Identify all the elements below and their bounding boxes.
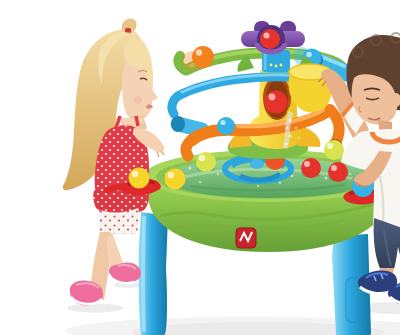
ball-blue-ramp bbox=[217, 117, 235, 135]
ball-tower bbox=[171, 21, 346, 160]
product-photo bbox=[40, 16, 400, 335]
ball-red-top bbox=[260, 29, 280, 49]
girl-mouth bbox=[146, 105, 153, 109]
ball-red-water-1 bbox=[301, 158, 321, 178]
illustration bbox=[40, 16, 400, 335]
step2-logo-badge bbox=[236, 228, 256, 248]
ball-yellow-water bbox=[165, 169, 186, 190]
boy-hand-funnel bbox=[321, 69, 335, 81]
ball-yellow-scoop bbox=[129, 168, 150, 189]
ball-orange-track bbox=[192, 46, 214, 68]
girl-right-hand bbox=[154, 144, 165, 153]
ball-yellow-green-ramp bbox=[324, 140, 344, 160]
boy-hand-ball bbox=[354, 174, 370, 187]
ball-yellow-green-water bbox=[196, 152, 216, 172]
girl-shoe-front bbox=[109, 262, 141, 283]
ball-red-window bbox=[265, 91, 288, 114]
ball-red-water-2 bbox=[328, 162, 348, 182]
orange-ramp-right bbox=[330, 110, 339, 142]
